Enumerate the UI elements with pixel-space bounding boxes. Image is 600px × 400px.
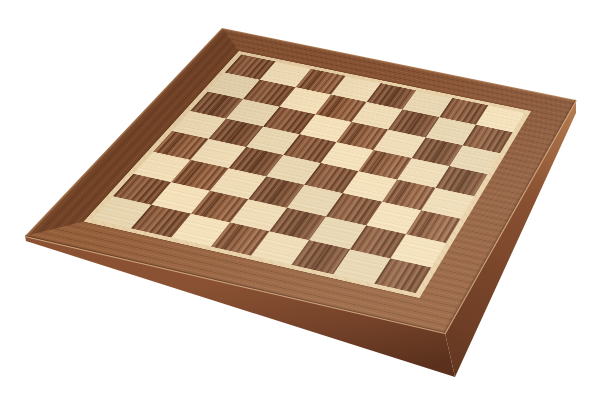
chessboard-product-photo <box>0 0 600 400</box>
